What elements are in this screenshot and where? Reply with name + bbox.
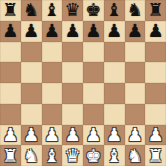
square-b3[interactable] (21, 104, 42, 125)
square-a2[interactable]: ♟ (0, 125, 21, 146)
square-a3[interactable] (0, 104, 21, 125)
white-pawn-piece[interactable]: ♟ (127, 125, 143, 143)
square-c1[interactable]: ♝ (42, 145, 63, 166)
chess-board: ♜♞♝♛♚♝♞♜♟♟♟♟♟♟♟♟♟♟♟♟♟♟♟♟♜♞♝♛♚♝♞♜ (0, 0, 166, 166)
black-pawn-piece[interactable]: ♟ (127, 22, 143, 40)
square-f7[interactable]: ♟ (104, 21, 125, 42)
white-pawn-piece[interactable]: ♟ (65, 125, 81, 143)
white-pawn-piece[interactable]: ♟ (106, 125, 122, 143)
square-c5[interactable] (42, 62, 63, 83)
square-c6[interactable] (42, 42, 63, 63)
square-d4[interactable] (62, 83, 83, 104)
square-g3[interactable] (125, 104, 146, 125)
square-e7[interactable]: ♟ (83, 21, 104, 42)
square-c4[interactable] (42, 83, 63, 104)
black-pawn-piece[interactable]: ♟ (44, 22, 60, 40)
square-g2[interactable]: ♟ (125, 125, 146, 146)
square-a5[interactable] (0, 62, 21, 83)
square-h3[interactable] (145, 104, 166, 125)
white-knight-piece[interactable]: ♞ (23, 146, 39, 164)
black-rook-piece[interactable]: ♜ (148, 1, 164, 19)
square-b5[interactable] (21, 62, 42, 83)
square-f2[interactable]: ♟ (104, 125, 125, 146)
square-f8[interactable]: ♝ (104, 0, 125, 21)
white-rook-piece[interactable]: ♜ (148, 146, 164, 164)
square-f3[interactable] (104, 104, 125, 125)
square-f6[interactable] (104, 42, 125, 63)
black-bishop-piece[interactable]: ♝ (44, 1, 60, 19)
square-e6[interactable] (83, 42, 104, 63)
square-e8[interactable]: ♚ (83, 0, 104, 21)
black-queen-piece[interactable]: ♛ (65, 1, 81, 19)
square-b2[interactable]: ♟ (21, 125, 42, 146)
white-pawn-piece[interactable]: ♟ (148, 125, 164, 143)
white-queen-piece[interactable]: ♛ (65, 146, 81, 164)
square-d5[interactable] (62, 62, 83, 83)
square-f1[interactable]: ♝ (104, 145, 125, 166)
square-g5[interactable] (125, 62, 146, 83)
square-h7[interactable]: ♟ (145, 21, 166, 42)
square-e2[interactable]: ♟ (83, 125, 104, 146)
black-pawn-piece[interactable]: ♟ (23, 22, 39, 40)
square-h2[interactable]: ♟ (145, 125, 166, 146)
square-e4[interactable] (83, 83, 104, 104)
square-g8[interactable]: ♞ (125, 0, 146, 21)
square-a4[interactable] (0, 83, 21, 104)
white-bishop-piece[interactable]: ♝ (106, 146, 122, 164)
square-a1[interactable]: ♜ (0, 145, 21, 166)
square-f4[interactable] (104, 83, 125, 104)
square-e3[interactable] (83, 104, 104, 125)
square-c7[interactable]: ♟ (42, 21, 63, 42)
white-knight-piece[interactable]: ♞ (127, 146, 143, 164)
white-pawn-piece[interactable]: ♟ (23, 125, 39, 143)
square-d1[interactable]: ♛ (62, 145, 83, 166)
square-d2[interactable]: ♟ (62, 125, 83, 146)
white-bishop-piece[interactable]: ♝ (44, 146, 60, 164)
square-d6[interactable] (62, 42, 83, 63)
square-h8[interactable]: ♜ (145, 0, 166, 21)
black-knight-piece[interactable]: ♞ (127, 1, 143, 19)
square-c2[interactable]: ♟ (42, 125, 63, 146)
black-pawn-piece[interactable]: ♟ (2, 22, 18, 40)
white-king-piece[interactable]: ♚ (85, 146, 101, 164)
square-e5[interactable] (83, 62, 104, 83)
square-e1[interactable]: ♚ (83, 145, 104, 166)
square-a8[interactable]: ♜ (0, 0, 21, 21)
square-d3[interactable] (62, 104, 83, 125)
black-king-piece[interactable]: ♚ (85, 1, 101, 19)
square-h1[interactable]: ♜ (145, 145, 166, 166)
square-b6[interactable] (21, 42, 42, 63)
square-b7[interactable]: ♟ (21, 21, 42, 42)
square-a7[interactable]: ♟ (0, 21, 21, 42)
square-a6[interactable] (0, 42, 21, 63)
square-h4[interactable] (145, 83, 166, 104)
black-pawn-piece[interactable]: ♟ (85, 22, 101, 40)
square-c8[interactable]: ♝ (42, 0, 63, 21)
square-b4[interactable] (21, 83, 42, 104)
black-rook-piece[interactable]: ♜ (2, 1, 18, 19)
black-pawn-piece[interactable]: ♟ (148, 22, 164, 40)
black-pawn-piece[interactable]: ♟ (65, 22, 81, 40)
white-pawn-piece[interactable]: ♟ (44, 125, 60, 143)
square-g7[interactable]: ♟ (125, 21, 146, 42)
black-bishop-piece[interactable]: ♝ (106, 1, 122, 19)
white-pawn-piece[interactable]: ♟ (85, 125, 101, 143)
black-knight-piece[interactable]: ♞ (23, 1, 39, 19)
square-f5[interactable] (104, 62, 125, 83)
square-g1[interactable]: ♞ (125, 145, 146, 166)
white-rook-piece[interactable]: ♜ (2, 146, 18, 164)
square-d8[interactable]: ♛ (62, 0, 83, 21)
square-d7[interactable]: ♟ (62, 21, 83, 42)
square-b8[interactable]: ♞ (21, 0, 42, 21)
square-b1[interactable]: ♞ (21, 145, 42, 166)
square-g6[interactable] (125, 42, 146, 63)
white-pawn-piece[interactable]: ♟ (2, 125, 18, 143)
square-h5[interactable] (145, 62, 166, 83)
square-h6[interactable] (145, 42, 166, 63)
square-c3[interactable] (42, 104, 63, 125)
black-pawn-piece[interactable]: ♟ (106, 22, 122, 40)
square-g4[interactable] (125, 83, 146, 104)
